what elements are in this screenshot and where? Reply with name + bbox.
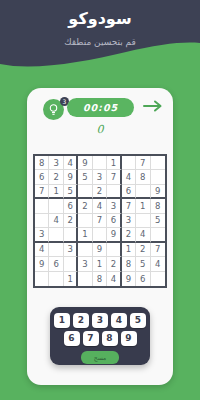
arrow-right-icon[interactable] [142, 100, 164, 112]
sudoku-cell-r6c2[interactable] [49, 228, 63, 242]
sudoku-cell-r4c1[interactable] [35, 199, 49, 213]
numpad-key-5[interactable]: 5 [130, 313, 146, 328]
sudoku-cell-r5c4[interactable] [78, 214, 92, 228]
sudoku-cell-r4c2[interactable] [49, 199, 63, 213]
sudoku-cell-r2c3[interactable]: 9 [64, 170, 78, 184]
sudoku-cell-r5c1[interactable] [35, 214, 49, 228]
sudoku-cell-r9c7[interactable]: 9 [122, 272, 136, 286]
mistakes-counter: 0 [27, 123, 173, 136]
number-pad: 12345 6789 مسح [50, 307, 150, 365]
sudoku-cell-r8c1[interactable]: 9 [35, 257, 49, 271]
sudoku-cell-r2c4[interactable]: 5 [78, 170, 92, 184]
sudoku-cell-r2c5[interactable]: 3 [93, 170, 107, 184]
sudoku-cell-r1c6[interactable]: 1 [107, 156, 121, 170]
sudoku-cell-r1c3[interactable]: 4 [64, 156, 78, 170]
sudoku-cell-r4c3[interactable]: 6 [64, 199, 78, 213]
sudoku-cell-r3c5[interactable]: 2 [93, 185, 107, 199]
sudoku-cell-r1c2[interactable]: 3 [49, 156, 63, 170]
numpad-key-4[interactable]: 4 [111, 313, 127, 328]
hint-button[interactable]: 3 [43, 97, 69, 121]
sudoku-cell-r7c3[interactable]: 3 [64, 243, 78, 257]
game-card: 3 00:05 0 834917629537487152696243718427… [27, 88, 173, 385]
sudoku-cell-r4c4[interactable]: 2 [78, 199, 92, 213]
sudoku-cell-r8c8[interactable]: 5 [136, 257, 150, 271]
sudoku-cell-r9c9[interactable] [151, 272, 165, 286]
timer: 00:05 [67, 98, 134, 117]
sudoku-cell-r9c6[interactable]: 4 [107, 272, 121, 286]
app-screen: سودوكو قم بتحسين منطقك 3 00:05 0 8349176… [0, 0, 200, 400]
sudoku-cell-r5c8[interactable] [136, 214, 150, 228]
sudoku-cell-r4c5[interactable]: 4 [93, 199, 107, 213]
sudoku-cell-r9c4[interactable] [78, 272, 92, 286]
sudoku-cell-r4c6[interactable]: 3 [107, 199, 121, 213]
sudoku-cell-r9c1[interactable] [35, 272, 49, 286]
sudoku-cell-r5c2[interactable]: 4 [49, 214, 63, 228]
sudoku-cell-r2c8[interactable]: 8 [136, 170, 150, 184]
sudoku-cell-r5c3[interactable]: 2 [64, 214, 78, 228]
sudoku-cell-r7c9[interactable]: 7 [151, 243, 165, 257]
sudoku-cell-r6c9[interactable] [151, 228, 165, 242]
sudoku-cell-r1c9[interactable] [151, 156, 165, 170]
sudoku-cell-r6c1[interactable]: 3 [35, 228, 49, 242]
numpad-row-2: 6789 [64, 331, 137, 346]
sudoku-cell-r6c6[interactable]: 9 [107, 228, 121, 242]
sudoku-cell-r2c9[interactable] [151, 170, 165, 184]
numpad-key-1[interactable]: 1 [54, 313, 70, 328]
sudoku-cell-r4c7[interactable]: 7 [122, 199, 136, 213]
sudoku-cell-r8c3[interactable] [64, 257, 78, 271]
sudoku-cell-r5c5[interactable]: 7 [93, 214, 107, 228]
sudoku-cell-r2c7[interactable]: 4 [122, 170, 136, 184]
sudoku-cell-r1c1[interactable]: 8 [35, 156, 49, 170]
sudoku-cell-r6c3[interactable] [64, 228, 78, 242]
sudoku-cell-r6c4[interactable]: 1 [78, 228, 92, 242]
sudoku-cell-r3c6[interactable] [107, 185, 121, 199]
sudoku-cell-r9c5[interactable]: 8 [93, 272, 107, 286]
sudoku-cell-r3c1[interactable]: 7 [35, 185, 49, 199]
sudoku-cell-r3c3[interactable]: 5 [64, 185, 78, 199]
sudoku-cell-r7c2[interactable] [49, 243, 63, 257]
numpad-key-2[interactable]: 2 [73, 313, 89, 328]
sudoku-cell-r7c7[interactable]: 1 [122, 243, 136, 257]
sudoku-cell-r3c8[interactable] [136, 185, 150, 199]
sudoku-cell-r6c8[interactable]: 4 [136, 228, 150, 242]
sudoku-cell-r8c4[interactable]: 3 [78, 257, 92, 271]
sudoku-cell-r7c4[interactable] [78, 243, 92, 257]
sudoku-cell-r7c6[interactable] [107, 243, 121, 257]
erase-button[interactable]: مسح [81, 351, 119, 364]
sudoku-cell-r3c9[interactable]: 9 [151, 185, 165, 199]
sudoku-cell-r6c7[interactable]: 2 [122, 228, 136, 242]
sudoku-cell-r4c8[interactable]: 1 [136, 199, 150, 213]
numpad-key-9[interactable]: 9 [121, 331, 137, 346]
sudoku-cell-r2c1[interactable]: 6 [35, 170, 49, 184]
numpad-key-3[interactable]: 3 [92, 313, 108, 328]
numpad-key-6[interactable]: 6 [64, 331, 80, 346]
sudoku-cell-r1c7[interactable] [122, 156, 136, 170]
sudoku-cell-r2c2[interactable]: 2 [49, 170, 63, 184]
sudoku-cell-r6c5[interactable] [93, 228, 107, 242]
page-title: سودوكو [0, 9, 200, 28]
sudoku-cell-r7c5[interactable]: 9 [93, 243, 107, 257]
sudoku-cell-r1c5[interactable] [93, 156, 107, 170]
sudoku-cell-r5c9[interactable]: 5 [151, 214, 165, 228]
sudoku-cell-r3c7[interactable]: 6 [122, 185, 136, 199]
sudoku-cell-r8c6[interactable]: 2 [107, 257, 121, 271]
sudoku-board: 8349176295374871526962437184276353192443… [33, 154, 167, 288]
sudoku-cell-r9c2[interactable] [49, 272, 63, 286]
sudoku-cell-r5c6[interactable]: 6 [107, 214, 121, 228]
page-subtitle: قم بتحسين منطقك [0, 37, 200, 47]
sudoku-cell-r7c8[interactable]: 2 [136, 243, 150, 257]
sudoku-cell-r7c1[interactable]: 4 [35, 243, 49, 257]
sudoku-cell-r1c4[interactable]: 9 [78, 156, 92, 170]
numpad-key-7[interactable]: 7 [83, 331, 99, 346]
numpad-row-1: 12345 [54, 313, 146, 328]
sudoku-cell-r4c9[interactable]: 8 [151, 199, 165, 213]
sudoku-cell-r8c9[interactable]: 4 [151, 257, 165, 271]
numpad-key-8[interactable]: 8 [102, 331, 118, 346]
sudoku-cell-r8c2[interactable]: 6 [49, 257, 63, 271]
sudoku-cell-r9c3[interactable]: 1 [64, 272, 78, 286]
sudoku-cell-r1c8[interactable]: 7 [136, 156, 150, 170]
sudoku-cell-r3c4[interactable] [78, 185, 92, 199]
sudoku-cell-r8c7[interactable]: 8 [122, 257, 136, 271]
sudoku-cell-r3c2[interactable]: 1 [49, 185, 63, 199]
sudoku-cell-r5c7[interactable]: 3 [122, 214, 136, 228]
sudoku-cell-r2c6[interactable]: 7 [107, 170, 121, 184]
sudoku-cell-r8c5[interactable]: 1 [93, 257, 107, 271]
sudoku-cell-r9c8[interactable]: 6 [136, 272, 150, 286]
